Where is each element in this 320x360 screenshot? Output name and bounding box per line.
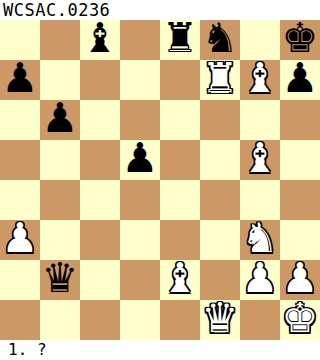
square-b6[interactable]: ♟ xyxy=(40,100,80,140)
square-e4[interactable] xyxy=(160,180,200,220)
square-f1[interactable]: ♛ xyxy=(200,300,240,340)
piece-white-bishop[interactable]: ♝ xyxy=(242,138,279,178)
square-f5[interactable] xyxy=(200,140,240,180)
chess-board: ♝♜♞♚♟♜♝♟♟♟♝♟♞♛♝♟♟♛♚ xyxy=(0,20,320,340)
square-a7[interactable]: ♟ xyxy=(0,60,40,100)
square-g1[interactable] xyxy=(240,300,280,340)
square-f4[interactable] xyxy=(200,180,240,220)
square-c5[interactable] xyxy=(80,140,120,180)
square-h7[interactable]: ♟ xyxy=(280,60,320,100)
square-b8[interactable] xyxy=(40,20,80,60)
square-e6[interactable] xyxy=(160,100,200,140)
piece-black-pawn[interactable]: ♟ xyxy=(2,58,39,98)
square-f3[interactable] xyxy=(200,220,240,260)
square-e8[interactable]: ♜ xyxy=(160,20,200,60)
square-a3[interactable]: ♟ xyxy=(0,220,40,260)
piece-white-pawn[interactable]: ♟ xyxy=(242,258,279,298)
square-e5[interactable] xyxy=(160,140,200,180)
square-c2[interactable] xyxy=(80,260,120,300)
piece-black-rook[interactable]: ♜ xyxy=(162,18,199,58)
piece-white-king[interactable]: ♚ xyxy=(282,298,319,338)
piece-white-pawn[interactable]: ♟ xyxy=(282,258,319,298)
square-b5[interactable] xyxy=(40,140,80,180)
square-h6[interactable] xyxy=(280,100,320,140)
square-b4[interactable] xyxy=(40,180,80,220)
square-e2[interactable]: ♝ xyxy=(160,260,200,300)
piece-black-queen[interactable]: ♛ xyxy=(42,258,79,298)
square-b1[interactable] xyxy=(40,300,80,340)
square-b2[interactable]: ♛ xyxy=(40,260,80,300)
piece-white-pawn[interactable]: ♟ xyxy=(2,218,39,258)
square-d1[interactable] xyxy=(120,300,160,340)
square-c8[interactable]: ♝ xyxy=(80,20,120,60)
square-d8[interactable] xyxy=(120,20,160,60)
piece-black-knight[interactable]: ♞ xyxy=(202,18,239,58)
square-e1[interactable] xyxy=(160,300,200,340)
piece-black-pawn[interactable]: ♟ xyxy=(42,98,79,138)
piece-white-bishop[interactable]: ♝ xyxy=(242,58,279,98)
square-a1[interactable] xyxy=(0,300,40,340)
square-c4[interactable] xyxy=(80,180,120,220)
square-c1[interactable] xyxy=(80,300,120,340)
square-f6[interactable] xyxy=(200,100,240,140)
piece-white-rook[interactable]: ♜ xyxy=(202,58,239,98)
move-prompt: 1. ? xyxy=(0,340,320,360)
square-d7[interactable] xyxy=(120,60,160,100)
square-g7[interactable]: ♝ xyxy=(240,60,280,100)
piece-black-pawn[interactable]: ♟ xyxy=(122,138,159,178)
piece-white-queen[interactable]: ♛ xyxy=(202,298,239,338)
problem-title: WCSAC.0236 xyxy=(0,0,320,20)
square-e7[interactable] xyxy=(160,60,200,100)
square-d2[interactable] xyxy=(120,260,160,300)
square-d5[interactable]: ♟ xyxy=(120,140,160,180)
piece-white-bishop[interactable]: ♝ xyxy=(162,258,199,298)
square-g2[interactable]: ♟ xyxy=(240,260,280,300)
square-d4[interactable] xyxy=(120,180,160,220)
piece-black-bishop[interactable]: ♝ xyxy=(82,18,119,58)
piece-black-pawn[interactable]: ♟ xyxy=(282,58,319,98)
square-g5[interactable]: ♝ xyxy=(240,140,280,180)
square-c3[interactable] xyxy=(80,220,120,260)
square-h4[interactable] xyxy=(280,180,320,220)
square-a2[interactable] xyxy=(0,260,40,300)
chess-problem-page: WCSAC.0236 ♝♜♞♚♟♜♝♟♟♟♝♟♞♛♝♟♟♛♚ 1. ? xyxy=(0,0,320,360)
square-d3[interactable] xyxy=(120,220,160,260)
piece-black-king[interactable]: ♚ xyxy=(282,18,319,58)
square-a5[interactable] xyxy=(0,140,40,180)
square-c7[interactable] xyxy=(80,60,120,100)
piece-white-knight[interactable]: ♞ xyxy=(242,218,279,258)
square-f7[interactable]: ♜ xyxy=(200,60,240,100)
square-h1[interactable]: ♚ xyxy=(280,300,320,340)
square-h5[interactable] xyxy=(280,140,320,180)
square-c6[interactable] xyxy=(80,100,120,140)
square-a6[interactable] xyxy=(0,100,40,140)
